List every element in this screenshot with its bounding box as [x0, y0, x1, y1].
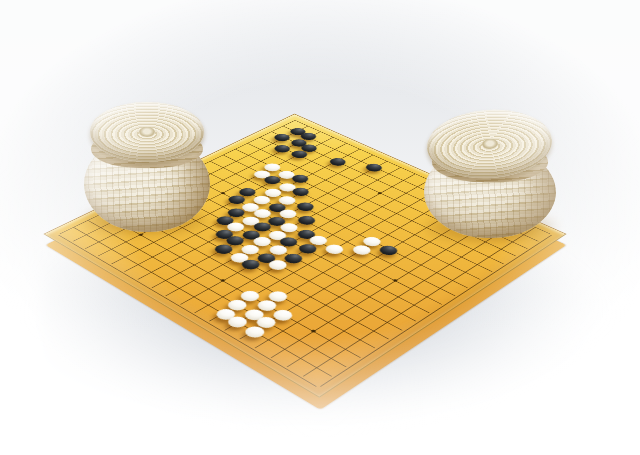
stone-bowl-left — [84, 102, 210, 232]
left-bowl-lid — [90, 102, 204, 162]
stone-bowl-right — [424, 110, 556, 238]
go-photo-scene — [0, 0, 640, 455]
